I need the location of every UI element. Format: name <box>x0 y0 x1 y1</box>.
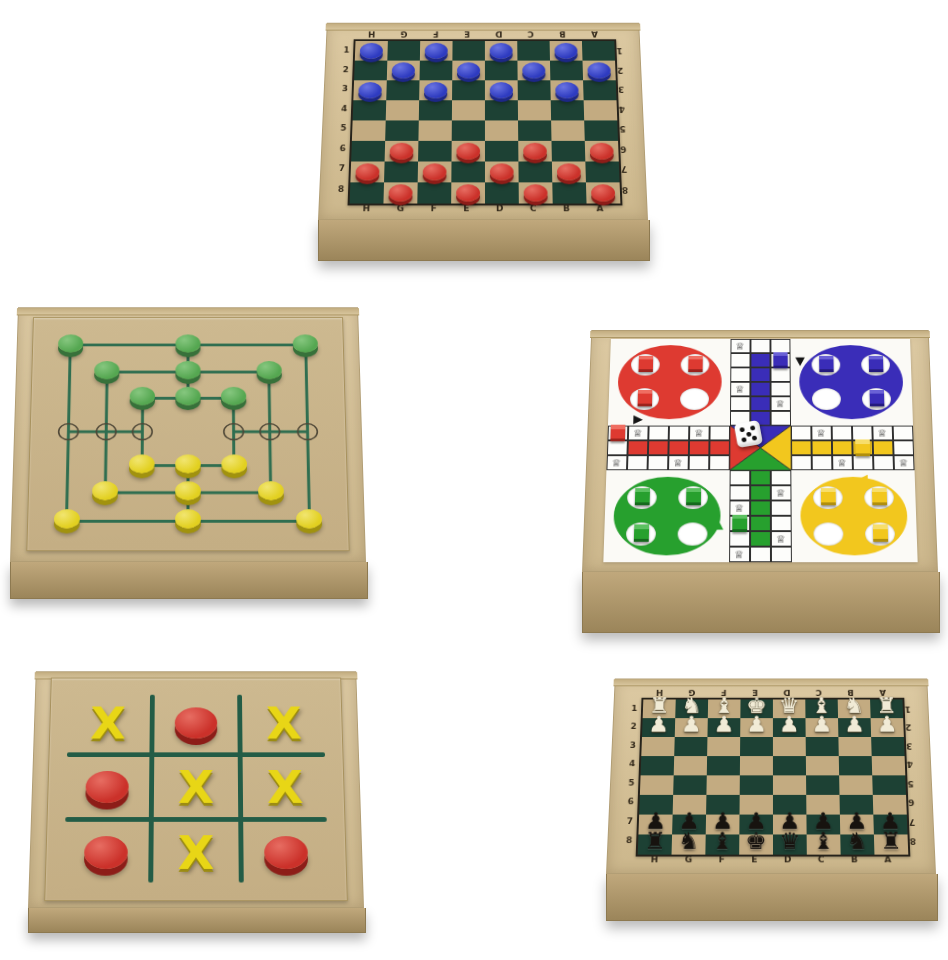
checkers-square-e6 <box>452 141 485 162</box>
tictactoe-cell-r3c1 <box>60 820 152 887</box>
ludo-track-cell-r4c9 <box>770 382 790 396</box>
chess-right-label: 4 <box>907 760 913 768</box>
ludo-blue-yard <box>799 345 904 419</box>
checkers-square-b5 <box>551 120 585 140</box>
chess-square-a8: ♜ <box>874 834 908 854</box>
tictactoe-piece-o-red-disc <box>85 771 129 803</box>
ludo-track-cell-r8c10 <box>791 440 812 455</box>
ludo-track-cell-r4c8 <box>750 382 770 396</box>
tictactoe-board: XXXXX <box>44 678 348 902</box>
ludo-track-cell-r9c5 <box>688 455 709 470</box>
checkers-square-f4 <box>419 100 452 120</box>
checkers-square-c7 <box>518 162 552 183</box>
checkers-bottom-label: C <box>530 204 537 213</box>
checkers-square-f6 <box>418 141 452 162</box>
checkers-left-label: 6 <box>340 144 346 152</box>
ludo-yellow-piece <box>820 488 835 505</box>
checkers-top-label: C <box>528 29 534 37</box>
chess-piece-black-king: ♚ <box>745 829 766 852</box>
checkers-piece-red <box>523 143 547 160</box>
ludo-blue-piece-on-track <box>773 352 787 368</box>
chess-square-h2: ♟ <box>642 718 675 737</box>
checkers-bottom-label: A <box>596 204 603 213</box>
chess-piece-white-pawn: ♟ <box>876 713 897 735</box>
ludo-green-piece <box>633 524 648 541</box>
checkers-square-c4 <box>518 100 551 120</box>
checkers-square-h3 <box>353 80 386 100</box>
checkers-top-label: D <box>495 29 502 37</box>
tictactoe-piece-x-yellow: X <box>267 764 304 809</box>
checkers-square-c1 <box>517 41 550 61</box>
chess-piece-black-bishop: ♝ <box>712 829 734 852</box>
tictactoe-cell-r3c2: X <box>151 820 242 887</box>
ludo-track-cell-r5c8 <box>750 396 770 411</box>
checkers-piece-red <box>557 163 581 180</box>
checkers-top-label: F <box>433 29 439 37</box>
checkers-piece-blue <box>490 43 513 59</box>
morris-piece-yellow <box>129 454 155 473</box>
chess-square-a2: ♟ <box>871 718 904 737</box>
checkers-square-d7 <box>485 162 519 183</box>
tictactoe-piece-x-yellow: X <box>90 701 126 745</box>
ludo-track-cell-r9c3 <box>647 455 668 470</box>
checkers-piece-blue <box>424 82 447 98</box>
morris-tray-front <box>10 562 368 599</box>
ludo-track-cell-r6c9 <box>770 411 790 426</box>
ludo-track-cell-r9c14 <box>873 455 894 470</box>
ludo-green-piece-on-track <box>732 515 747 532</box>
ludo-track-cell-r8c4 <box>668 440 689 455</box>
checkers-square-g6 <box>385 141 419 162</box>
ludo-track-cell-r9c1 <box>606 455 627 470</box>
checkers-square-h4 <box>353 100 387 120</box>
checkers-right-label: 5 <box>619 124 625 132</box>
checkers-square-c5 <box>518 120 551 140</box>
checkers-square-e5 <box>452 120 485 140</box>
checkers-square-h6 <box>351 141 385 162</box>
checkers-square-a6 <box>585 141 619 162</box>
morris-board-tray <box>10 292 366 599</box>
ludo-track-cell-r7c15 <box>892 426 913 441</box>
ludo-track-cell-r7c12 <box>831 426 852 441</box>
ludo-track-cell-r9c15 <box>893 455 914 470</box>
morris-piece-green <box>221 387 246 406</box>
ludo-track-cell-r8c11 <box>811 440 832 455</box>
chess-left-label: 3 <box>630 741 636 749</box>
ludo-green-yard <box>612 477 720 556</box>
checkers-bottom-label: F <box>431 204 437 213</box>
ludo-red-piece <box>637 390 652 406</box>
ludo-track-cell-r10c7 <box>729 470 750 485</box>
chess-left-label: 7 <box>627 817 634 826</box>
chess-square-d3 <box>773 737 806 756</box>
chess-piece-black-rook: ♜ <box>644 829 666 852</box>
ludo-red-piece-on-track <box>610 425 625 442</box>
ludo-track-cell-r14c7 <box>729 531 750 546</box>
checkers-square-b4 <box>551 100 584 120</box>
checkers-board: HGFEDCBAHGFEDCBA1234567812345678 <box>333 27 633 215</box>
checkers-square-a5 <box>584 120 618 140</box>
chess-left-label: 5 <box>628 779 634 787</box>
chess-left-label: 8 <box>626 837 633 846</box>
checkers-square-e2 <box>452 61 485 81</box>
morris-piece-green <box>58 334 83 352</box>
checkers-piece-blue <box>587 62 611 78</box>
checkers-left-label: 3 <box>342 85 348 93</box>
checkers-square-e8 <box>451 182 485 203</box>
ludo-track-cell-r9c10 <box>791 455 812 470</box>
checkers-square-c3 <box>518 80 551 100</box>
chess-piece-white-pawn: ♟ <box>844 713 865 735</box>
chess-piece-white-pawn: ♟ <box>746 713 767 735</box>
checkers-top-label: G <box>401 29 408 37</box>
chess-square-e5 <box>740 775 773 794</box>
chess-right-label: 8 <box>909 837 916 846</box>
checkers-left-label: 1 <box>343 47 349 55</box>
chess-square-e4 <box>740 756 773 775</box>
chess-bottom-label: E <box>751 856 757 865</box>
tictactoe-cell-r1c3: X <box>240 691 329 754</box>
chess-piece-black-bishop: ♝ <box>813 829 835 852</box>
checkers-square-g5 <box>385 120 419 140</box>
checkers-square-d2 <box>485 61 518 81</box>
ludo-track-cell-r2c7 <box>730 353 750 367</box>
checkers-piece-red <box>456 143 480 160</box>
chess-square-b5 <box>839 775 873 794</box>
ludo-track-cell-r7c14 <box>872 426 893 441</box>
checkers-square-f2 <box>420 61 453 81</box>
chess-piece-white-pawn: ♟ <box>681 713 702 735</box>
checkers-square-a4 <box>584 100 618 120</box>
checkers-right-label: 2 <box>617 66 623 74</box>
chess-bottom-label: F <box>719 856 725 865</box>
chess-square-c2: ♟ <box>805 718 838 737</box>
chess-bottom-label: H <box>651 856 659 865</box>
ludo-yellow-home-spot <box>813 522 843 545</box>
ludo-track-cell-r12c8 <box>750 500 771 515</box>
chess-left-label: 1 <box>631 705 637 713</box>
chess-square-e8: ♚ <box>739 834 773 854</box>
ludo-track-cell-r13c8 <box>750 516 771 531</box>
chess-square-f2: ♟ <box>707 718 740 737</box>
checkers-bottom-label: D <box>496 204 504 213</box>
ludo-red-home-spot <box>679 388 708 410</box>
die-pip <box>751 435 757 440</box>
chess-square-c5 <box>806 775 839 794</box>
checkers-square-b1 <box>550 41 583 61</box>
chess-bottom-label: A <box>884 856 891 865</box>
checkers-piece-blue <box>555 82 579 98</box>
chess-square-f5 <box>706 775 739 794</box>
checkers-square-a1 <box>582 41 615 61</box>
morris-piece-yellow <box>258 481 284 500</box>
checkers-square-f1 <box>420 41 453 61</box>
ludo-track-cell-r14c8 <box>750 531 771 546</box>
checkers-left-label: 7 <box>339 165 346 174</box>
morris-piece-green <box>293 334 318 352</box>
ludo-track-cell-r11c9 <box>770 485 791 500</box>
ludo-track-cell-r9c12 <box>832 455 853 470</box>
chess-piece-white-pawn: ♟ <box>648 713 669 735</box>
checkers-square-g7 <box>384 162 418 183</box>
ludo-track-cell-r12c9 <box>770 500 791 515</box>
ludo-track-cell-r9c13 <box>852 455 873 470</box>
tictactoe-piece-x-yellow: X <box>266 701 302 745</box>
morris-board-surface <box>10 307 366 562</box>
chess-piece-black-knight: ♞ <box>846 829 868 852</box>
ludo-track-cell-r9c11 <box>811 455 832 470</box>
chess-square-g4 <box>674 756 707 775</box>
tictactoe-piece-o-red-disc <box>264 836 308 869</box>
checkers-square-d8 <box>485 182 519 203</box>
chess-board-tray: HGFEDCBAHGFEDCBA1234567812345678♜♞♝♚♛♝♞♜… <box>606 662 936 921</box>
chess-square-e3 <box>740 737 773 756</box>
ludo-track-cell-r8c5 <box>688 440 709 455</box>
checkers-square-f5 <box>418 120 451 140</box>
checkers-right-label: 1 <box>616 47 622 55</box>
checkers-square-f3 <box>419 80 452 100</box>
ludo-blue-home-spot <box>811 388 840 410</box>
checkers-right-label: 4 <box>618 105 624 113</box>
ludo-die-showing-5 <box>733 420 762 448</box>
tictactoe-tray-front <box>28 908 366 933</box>
ludo-track-cell-r13c9 <box>770 516 791 531</box>
checkers-square-f7 <box>418 162 452 183</box>
ludo-track-cell-r1c8 <box>750 339 770 353</box>
checkers-piece-red <box>388 184 412 201</box>
checkers-top-label: H <box>368 29 375 37</box>
checkers-square-d6 <box>485 141 518 162</box>
ludo-track-cell-r8c1 <box>606 440 627 455</box>
tictactoe-piece-x-yellow: X <box>178 830 215 876</box>
ludo-board-tray: ♕♕♕♕♕♕♕♕♕♕♕♕♕♕♕♕▶▼▲◀ <box>582 312 938 633</box>
ludo-green-home-spot <box>677 522 707 545</box>
product-photo-canvas: HGFEDCBAHGFEDCBA1234567812345678 ♕♕♕♕♕♕♕… <box>0 0 948 960</box>
chess-square-a4 <box>872 756 906 775</box>
chess-square-d8: ♛ <box>773 834 807 854</box>
ludo-yellow-piece-on-track <box>855 439 870 456</box>
ludo-track-cell-r15c8 <box>750 547 771 563</box>
tictactoe-piece-x-yellow: X <box>178 764 214 809</box>
die-pip <box>739 427 745 432</box>
checkers-piece-red <box>590 143 614 160</box>
checkers-board-tray: HGFEDCBAHGFEDCBA1234567812345678 <box>318 6 648 261</box>
die-pip <box>741 437 747 442</box>
checkers-grid <box>348 39 623 205</box>
checkers-piece-blue <box>522 62 545 78</box>
ludo-blue-piece <box>819 356 834 372</box>
checkers-square-e3 <box>452 80 485 100</box>
checkers-top-label: B <box>559 29 566 37</box>
chess-right-label: 6 <box>908 798 914 806</box>
checkers-square-h1 <box>355 41 388 61</box>
checkers-piece-blue <box>554 43 577 59</box>
chess-square-f4 <box>707 756 740 775</box>
morris-piece-green <box>256 361 281 379</box>
ludo-track-cell-r7c3 <box>648 426 669 441</box>
checkers-square-d1 <box>485 41 518 61</box>
checkers-square-g2 <box>387 61 420 81</box>
ludo-track-cell-r15c7 <box>729 547 750 563</box>
checkers-piece-blue <box>360 43 383 59</box>
ludo-blue-piece <box>868 356 883 372</box>
chess-square-e2: ♟ <box>740 718 773 737</box>
ludo-track-cell-r8c2 <box>627 440 648 455</box>
chess-board: HGFEDCBAHGFEDCBA1234567812345678♜♞♝♚♛♝♞♜… <box>621 685 920 866</box>
checkers-square-h7 <box>350 162 384 183</box>
ludo-track-cell-r10c8 <box>750 470 771 485</box>
chess-square-c8: ♝ <box>807 834 841 854</box>
checkers-bottom-label: G <box>397 204 405 213</box>
checkers-square-c6 <box>518 141 552 162</box>
checkers-coordinate-frame: HGFEDCBAHGFEDCBA1234567812345678 <box>333 27 633 215</box>
morris-piece-green <box>175 361 200 379</box>
ludo-yellow-piece <box>872 524 887 541</box>
checkers-square-c2 <box>517 61 550 81</box>
chess-square-d5 <box>773 775 806 794</box>
chess-right-label: 2 <box>905 723 911 731</box>
chess-square-g5 <box>673 775 707 794</box>
checkers-piece-blue <box>490 82 513 98</box>
chess-piece-black-queen: ♛ <box>779 829 800 852</box>
checkers-square-d3 <box>485 80 518 100</box>
checkers-square-e1 <box>452 41 485 61</box>
morris-board <box>26 317 349 551</box>
morris-piece-green <box>175 334 200 352</box>
tictactoe-cell-r3c3 <box>241 820 333 887</box>
chess-square-g3 <box>674 737 707 756</box>
chess-piece-white-pawn: ♟ <box>713 713 734 735</box>
ludo-track-cell-r7c10 <box>791 426 812 441</box>
checkers-square-g4 <box>386 100 419 120</box>
checkers-square-a8 <box>586 182 620 203</box>
checkers-square-d4 <box>485 100 518 120</box>
checkers-left-label: 8 <box>338 185 345 194</box>
morris-piece-yellow <box>175 454 201 473</box>
ludo-blue-piece <box>869 390 884 406</box>
ludo-track-cell-r3c7 <box>730 367 750 381</box>
ludo-track-cell-r7c6 <box>709 426 730 441</box>
checkers-top-label: A <box>591 29 598 37</box>
ludo-track-cell-r9c2 <box>627 455 648 470</box>
chess-grid: ♜♞♝♚♛♝♞♜♟♟♟♟♟♟♟♟♟♟♟♟♟♟♟♟♜♞♝♚♛♝♞♜ <box>636 698 911 857</box>
ludo-board: ♕♕♕♕♕♕♕♕♕♕♕♕♕♕♕♕▶▼▲◀ <box>603 339 917 562</box>
ludo-track-cell-r7c11 <box>811 426 832 441</box>
ludo-track-cell-r8c14 <box>872 440 893 455</box>
ludo-track-cell-r3c9 <box>770 367 790 381</box>
chess-square-a3 <box>871 737 904 756</box>
chess-square-a5 <box>872 775 906 794</box>
chess-bottom-label: C <box>818 856 825 865</box>
tictactoe-cell-r2c2: X <box>151 755 241 820</box>
tictactoe-cell-r1c2 <box>152 691 241 754</box>
morris-piece-yellow <box>221 454 247 473</box>
ludo-track-cell-r1c7 <box>730 339 750 353</box>
chess-square-b4 <box>839 756 872 775</box>
tictactoe-cell-r2c1 <box>61 755 151 820</box>
checkers-square-b6 <box>551 141 585 162</box>
chess-bottom-label: G <box>685 856 693 865</box>
ludo-track-cell-r3c8 <box>750 367 770 381</box>
chess-square-h4 <box>641 756 675 775</box>
ludo-track-cell-r5c7 <box>730 396 750 411</box>
chess-right-label: 5 <box>907 779 913 787</box>
chess-piece-white-pawn: ♟ <box>779 713 800 735</box>
checkers-square-d5 <box>485 120 518 140</box>
chess-piece-black-rook: ♜ <box>880 829 902 852</box>
ludo-track-cell-r7c13 <box>852 426 873 441</box>
checkers-piece-red <box>591 184 615 201</box>
checkers-tray-front <box>318 220 650 261</box>
checkers-piece-red <box>456 184 480 201</box>
ludo-track-cell-r7c5 <box>689 426 710 441</box>
checkers-top-label: E <box>464 29 470 37</box>
chess-left-label: 6 <box>628 798 634 806</box>
checkers-right-label: 7 <box>621 165 628 174</box>
chess-square-g2: ♟ <box>675 718 708 737</box>
chess-square-g8: ♞ <box>672 834 706 854</box>
chess-right-label: 1 <box>904 705 910 713</box>
ludo-red-piece <box>688 356 703 372</box>
checkers-square-g8 <box>383 182 417 203</box>
ludo-track-cell-r1c9 <box>770 339 790 353</box>
chess-square-f8: ♝ <box>705 834 739 854</box>
checkers-square-a2 <box>582 61 615 81</box>
die-pip <box>745 431 751 436</box>
ludo-red-yard <box>616 345 721 419</box>
ludo-track-cell-r8c12 <box>831 440 852 455</box>
checkers-left-label: 4 <box>341 105 347 113</box>
checkers-square-g1 <box>387 41 420 61</box>
chess-left-label: 4 <box>629 760 635 768</box>
tictactoe-cell-r2c3: X <box>240 755 330 820</box>
checkers-piece-red <box>390 143 414 160</box>
ludo-track-cell-r11c7 <box>729 485 750 500</box>
ludo-track-cell-r12c7 <box>729 500 750 515</box>
ludo-board-surface: ♕♕♕♕♕♕♕♕♕♕♕♕♕♕♕♕▶▼▲◀ <box>582 330 938 572</box>
checkers-piece-red <box>524 184 548 201</box>
checkers-left-label: 2 <box>343 66 349 74</box>
chess-square-b8: ♞ <box>840 834 874 854</box>
morris-piece-yellow <box>175 481 201 500</box>
chess-square-b3 <box>838 737 871 756</box>
ludo-track-cell-r8c3 <box>647 440 668 455</box>
tictactoe-cell-r1c1: X <box>63 691 152 754</box>
checkers-piece-blue <box>457 62 480 78</box>
chess-tray-front <box>606 874 938 921</box>
checkers-right-label: 8 <box>622 185 629 194</box>
ludo-track-cell-r8c6 <box>709 440 730 455</box>
ludo-track-cell-r2c8 <box>750 353 770 367</box>
ludo-track-cell-r15c9 <box>770 547 791 563</box>
checkers-board-surface: HGFEDCBAHGFEDCBA1234567812345678 <box>318 23 648 220</box>
chess-right-label: 7 <box>909 817 916 826</box>
ludo-track-cell-r8c15 <box>893 440 914 455</box>
chess-square-d4 <box>773 756 806 775</box>
ludo-green-piece <box>634 488 649 505</box>
chess-square-c4 <box>806 756 839 775</box>
checkers-square-b3 <box>550 80 583 100</box>
ludo-yellow-yard <box>800 477 908 556</box>
chess-square-h3 <box>641 737 674 756</box>
chess-right-label: 3 <box>906 741 912 749</box>
checkers-piece-blue <box>358 82 382 98</box>
chess-square-h5 <box>640 775 674 794</box>
chess-left-label: 2 <box>631 723 637 731</box>
ludo-track-cell-r10c9 <box>770 470 791 485</box>
checkers-piece-blue <box>392 62 415 78</box>
checkers-bottom-label: H <box>363 204 371 213</box>
